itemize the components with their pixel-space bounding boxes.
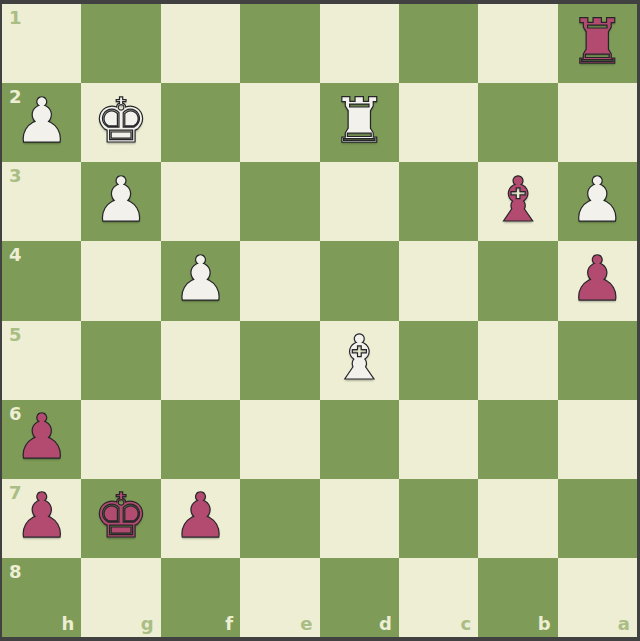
square-g2[interactable]: ♚ [81,83,160,162]
square-d3[interactable] [320,162,399,241]
square-d6[interactable] [320,400,399,479]
piece-white-pawn[interactable]: ♟ [570,169,626,231]
piece-black-pawn[interactable]: ♟ [14,485,70,547]
square-a3[interactable]: ♟ [558,162,637,241]
piece-black-rook[interactable]: ♜ [570,11,626,73]
rank-label-4: 4 [9,246,22,264]
square-a2[interactable] [558,83,637,162]
square-e3[interactable] [240,162,319,241]
square-c1[interactable] [399,4,478,83]
square-c2[interactable] [399,83,478,162]
square-f5[interactable] [161,321,240,400]
piece-white-rook[interactable]: ♜ [331,90,387,152]
piece-white-pawn[interactable]: ♟ [93,169,149,231]
square-g4[interactable] [81,241,160,320]
square-c4[interactable] [399,241,478,320]
square-e2[interactable] [240,83,319,162]
square-h8[interactable]: 8h [2,558,81,637]
square-e1[interactable] [240,4,319,83]
chess-board: 1♜2♟♚♜3♟♝♟4♟♟5♝6♟7♟♚♟8hgfedcba [2,4,637,637]
square-h2[interactable]: 2♟ [2,83,81,162]
piece-black-king[interactable]: ♚ [93,485,149,547]
file-label-e: e [300,615,312,633]
file-label-f: f [225,615,233,633]
square-b7[interactable] [478,479,557,558]
square-c8[interactable]: c [399,558,478,637]
piece-white-bishop[interactable]: ♝ [331,327,387,389]
piece-white-pawn[interactable]: ♟ [14,90,70,152]
square-h6[interactable]: 6♟ [2,400,81,479]
square-g1[interactable] [81,4,160,83]
piece-white-king[interactable]: ♚ [93,90,149,152]
square-h1[interactable]: 1 [2,4,81,83]
piece-black-pawn[interactable]: ♟ [173,485,229,547]
square-f3[interactable] [161,162,240,241]
square-g5[interactable] [81,321,160,400]
square-d8[interactable]: d [320,558,399,637]
square-f1[interactable] [161,4,240,83]
square-b1[interactable] [478,4,557,83]
square-f4[interactable]: ♟ [161,241,240,320]
square-e8[interactable]: e [240,558,319,637]
rank-label-1: 1 [9,9,22,27]
square-a1[interactable]: ♜ [558,4,637,83]
square-b2[interactable] [478,83,557,162]
square-a6[interactable] [558,400,637,479]
square-c5[interactable] [399,321,478,400]
rank-label-3: 3 [9,167,22,185]
square-f7[interactable]: ♟ [161,479,240,558]
square-e4[interactable] [240,241,319,320]
square-e6[interactable] [240,400,319,479]
square-f8[interactable]: f [161,558,240,637]
square-b8[interactable]: b [478,558,557,637]
square-g3[interactable]: ♟ [81,162,160,241]
piece-black-pawn[interactable]: ♟ [570,248,626,310]
square-h5[interactable]: 5 [2,321,81,400]
square-d4[interactable] [320,241,399,320]
file-label-d: d [379,615,392,633]
square-b6[interactable] [478,400,557,479]
square-b5[interactable] [478,321,557,400]
square-b4[interactable] [478,241,557,320]
square-d2[interactable]: ♜ [320,83,399,162]
square-c7[interactable] [399,479,478,558]
square-d7[interactable] [320,479,399,558]
square-a5[interactable] [558,321,637,400]
square-c6[interactable] [399,400,478,479]
square-g7[interactable]: ♚ [81,479,160,558]
square-a7[interactable] [558,479,637,558]
rank-label-5: 5 [9,326,22,344]
square-g8[interactable]: g [81,558,160,637]
file-label-a: a [618,615,630,633]
square-g6[interactable] [81,400,160,479]
file-label-g: g [141,615,154,633]
square-d1[interactable] [320,4,399,83]
file-label-b: b [538,615,551,633]
square-a8[interactable]: a [558,558,637,637]
chess-board-frame: 1♜2♟♚♜3♟♝♟4♟♟5♝6♟7♟♚♟8hgfedcba [0,0,640,641]
piece-black-pawn[interactable]: ♟ [14,406,70,468]
file-label-h: h [62,615,75,633]
square-d5[interactable]: ♝ [320,321,399,400]
square-c3[interactable] [399,162,478,241]
piece-white-pawn[interactable]: ♟ [173,248,229,310]
square-e5[interactable] [240,321,319,400]
square-f2[interactable] [161,83,240,162]
rank-label-8: 8 [9,563,22,581]
square-a4[interactable]: ♟ [558,241,637,320]
square-e7[interactable] [240,479,319,558]
square-f6[interactable] [161,400,240,479]
file-label-c: c [461,615,472,633]
square-h3[interactable]: 3 [2,162,81,241]
piece-black-bishop[interactable]: ♝ [490,169,546,231]
square-h7[interactable]: 7♟ [2,479,81,558]
square-b3[interactable]: ♝ [478,162,557,241]
square-h4[interactable]: 4 [2,241,81,320]
